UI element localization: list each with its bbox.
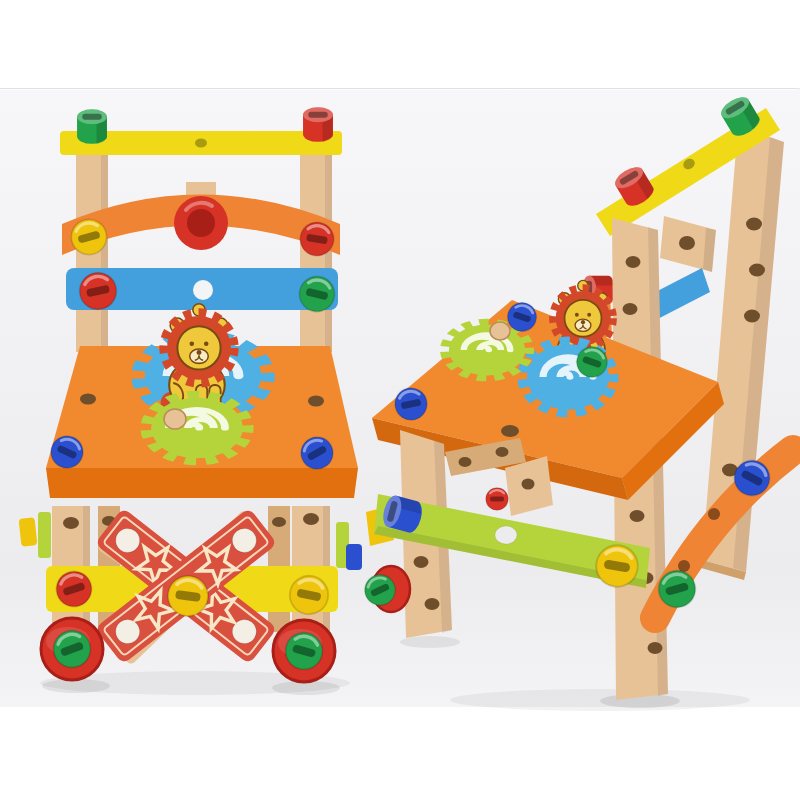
yellow-bolt-tip xyxy=(19,517,38,547)
red-screw xyxy=(486,488,508,510)
slat-hole xyxy=(193,280,213,300)
right-wheel-foot xyxy=(273,620,335,682)
lime-block xyxy=(38,512,51,558)
right-chair-cross-block xyxy=(660,216,716,272)
top-bar-hole xyxy=(195,139,207,148)
left-chair-top-bar xyxy=(60,107,342,155)
left-chair xyxy=(19,107,362,682)
red-bolt xyxy=(303,107,333,142)
green-bolt xyxy=(77,109,107,144)
left-wheel-foot xyxy=(41,618,103,680)
right-chair xyxy=(360,93,793,700)
blue-bolt-tip xyxy=(346,544,362,570)
wooden-peg xyxy=(164,409,186,429)
toy-chairs-illustration xyxy=(0,0,800,800)
bar-hole xyxy=(495,526,517,544)
product-photo: Two colorful wooden DIY nut-and-bolt ass… xyxy=(0,0,800,800)
wooden-peg xyxy=(490,322,510,340)
